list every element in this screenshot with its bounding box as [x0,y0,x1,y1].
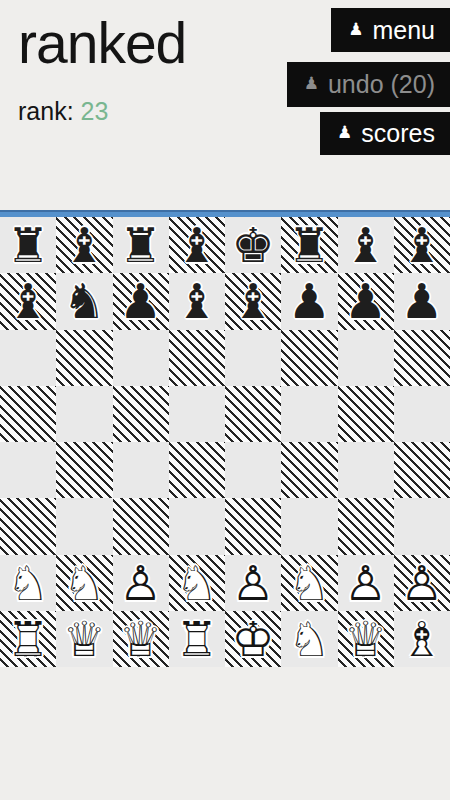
square-b5[interactable] [56,386,112,442]
square-d8[interactable]: ♝ [169,217,225,273]
white-knight-piece[interactable]: ♞♘ [0,555,56,611]
square-e2[interactable]: ♟♙ [225,555,281,611]
square-g5[interactable] [338,386,394,442]
square-e8[interactable]: ♚ [225,217,281,273]
menu-button-label: menu [372,16,435,45]
square-f8[interactable]: ♜ [281,217,337,273]
white-knight-piece[interactable]: ♞♘ [281,555,337,611]
square-c7[interactable]: ♟ [113,273,169,329]
scores-button[interactable]: ♟ scores [320,112,450,155]
square-a1[interactable]: ♜♖ [0,611,56,667]
white-king-piece[interactable]: ♚♔ [225,611,281,667]
white-queen-piece[interactable]: ♛♕ [113,611,169,667]
square-a8[interactable]: ♜ [0,217,56,273]
black-bishop-piece[interactable]: ♝ [169,217,225,273]
square-g7[interactable]: ♟ [338,273,394,329]
square-c4[interactable] [113,442,169,498]
white-queen-piece[interactable]: ♛♕ [56,611,112,667]
square-h7[interactable]: ♟ [394,273,450,329]
square-b1[interactable]: ♛♕ [56,611,112,667]
square-a5[interactable] [0,386,56,442]
square-g4[interactable] [338,442,394,498]
black-knight-piece[interactable]: ♞ [56,273,112,329]
square-d7[interactable]: ♝ [169,273,225,329]
square-e4[interactable] [225,442,281,498]
square-f5[interactable] [281,386,337,442]
square-c6[interactable] [113,330,169,386]
scores-button-label: scores [361,119,435,148]
square-e1[interactable]: ♚♔ [225,611,281,667]
black-bishop-piece[interactable]: ♝ [56,217,112,273]
square-f7[interactable]: ♟ [281,273,337,329]
square-h6[interactable] [394,330,450,386]
square-f3[interactable] [281,498,337,554]
square-g8[interactable]: ♝ [338,217,394,273]
square-b6[interactable] [56,330,112,386]
white-rook-piece[interactable]: ♜♖ [169,611,225,667]
square-b7[interactable]: ♞ [56,273,112,329]
chess-board[interactable]: ♜♝♜♝♚♜♝♝♝♞♟♝♝♟♟♟♞♘♞♘♟♙♞♘♟♙♞♘♟♙♟♙♜♖♛♕♛♕♜♖… [0,217,450,667]
square-g2[interactable]: ♟♙ [338,555,394,611]
black-pawn-piece[interactable]: ♟ [338,273,394,329]
white-knight-piece[interactable]: ♞♘ [56,555,112,611]
square-h4[interactable] [394,442,450,498]
rank-line: rank: 23 [18,97,108,126]
square-g3[interactable] [338,498,394,554]
square-c5[interactable] [113,386,169,442]
square-d6[interactable] [169,330,225,386]
black-pawn-piece[interactable]: ♟ [281,273,337,329]
white-pawn-piece[interactable]: ♟♙ [394,555,450,611]
black-bishop-piece[interactable]: ♝ [394,217,450,273]
square-f6[interactable] [281,330,337,386]
square-c8[interactable]: ♜ [113,217,169,273]
square-g1[interactable]: ♛♕ [338,611,394,667]
rank-value: 23 [81,97,109,125]
square-b2[interactable]: ♞♘ [56,555,112,611]
square-c1[interactable]: ♛♕ [113,611,169,667]
square-h3[interactable] [394,498,450,554]
white-knight-piece[interactable]: ♞♘ [281,611,337,667]
board-top-accent-bar [0,210,450,217]
black-bishop-piece[interactable]: ♝ [225,273,281,329]
black-pawn-piece[interactable]: ♟ [113,273,169,329]
white-pawn-piece[interactable]: ♟♙ [225,555,281,611]
square-e3[interactable] [225,498,281,554]
square-c3[interactable] [113,498,169,554]
square-e6[interactable] [225,330,281,386]
undo-button[interactable]: ♟ undo (20) [287,62,450,107]
black-rook-piece[interactable]: ♜ [113,217,169,273]
white-pawn-piece[interactable]: ♟♙ [113,555,169,611]
square-e5[interactable] [225,386,281,442]
square-e7[interactable]: ♝ [225,273,281,329]
square-c2[interactable]: ♟♙ [113,555,169,611]
pawn-icon: ♟ [304,75,319,92]
black-pawn-piece[interactable]: ♟ [394,273,450,329]
white-bishop-piece[interactable]: ♝♗ [394,611,450,667]
white-rook-piece[interactable]: ♜♖ [0,611,56,667]
black-bishop-piece[interactable]: ♝ [338,217,394,273]
square-a2[interactable]: ♞♘ [0,555,56,611]
black-bishop-piece[interactable]: ♝ [0,273,56,329]
white-queen-piece[interactable]: ♛♕ [338,611,394,667]
square-f1[interactable]: ♞♘ [281,611,337,667]
square-b3[interactable] [56,498,112,554]
black-rook-piece[interactable]: ♜ [0,217,56,273]
square-f4[interactable] [281,442,337,498]
square-b8[interactable]: ♝ [56,217,112,273]
pawn-icon: ♟ [348,21,363,38]
menu-button[interactable]: ♟ menu [331,8,450,52]
square-d2[interactable]: ♞♘ [169,555,225,611]
undo-button-label: undo (20) [328,70,435,99]
square-b4[interactable] [56,442,112,498]
black-bishop-piece[interactable]: ♝ [169,273,225,329]
white-pawn-piece[interactable]: ♟♙ [338,555,394,611]
square-h2[interactable]: ♟♙ [394,555,450,611]
square-h8[interactable]: ♝ [394,217,450,273]
square-h5[interactable] [394,386,450,442]
page-title: ranked [18,12,186,75]
square-a6[interactable] [0,330,56,386]
square-a7[interactable]: ♝ [0,273,56,329]
white-knight-piece[interactable]: ♞♘ [169,555,225,611]
black-king-piece[interactable]: ♚ [225,217,281,273]
square-h1[interactable]: ♝♗ [394,611,450,667]
square-d3[interactable] [169,498,225,554]
square-a3[interactable] [0,498,56,554]
black-rook-piece[interactable]: ♜ [281,217,337,273]
square-a4[interactable] [0,442,56,498]
square-d5[interactable] [169,386,225,442]
square-d4[interactable] [169,442,225,498]
rank-label: rank: [18,97,74,125]
square-g6[interactable] [338,330,394,386]
square-d1[interactable]: ♜♖ [169,611,225,667]
pawn-icon: ♟ [337,124,352,141]
square-f2[interactable]: ♞♘ [281,555,337,611]
